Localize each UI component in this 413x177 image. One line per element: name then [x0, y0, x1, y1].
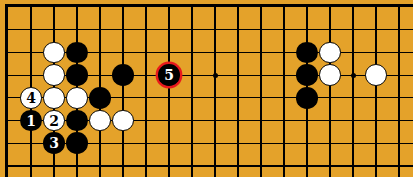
- stone-white: [43, 87, 65, 109]
- stone-white-move-4: 4: [20, 87, 42, 109]
- stone-black: [296, 64, 318, 86]
- stone-black: [112, 64, 134, 86]
- stones-grid: 54123: [0, 0, 411, 177]
- move-number-label: 5: [164, 68, 174, 82]
- stone-black-move-1: 1: [20, 110, 42, 132]
- move-number-label: 4: [26, 91, 36, 105]
- move-number-label: 1: [26, 114, 36, 128]
- stone-white: [112, 110, 134, 132]
- stone-white: [365, 64, 387, 86]
- stone-white: [43, 64, 65, 86]
- stone-black: [296, 42, 318, 64]
- star-point: [213, 73, 218, 78]
- move-number-label: 3: [49, 136, 59, 150]
- stone-white: [89, 110, 111, 132]
- star-point: [351, 73, 356, 78]
- stone-black: [66, 132, 88, 154]
- stone-white: [319, 64, 341, 86]
- go-board: 54123: [0, 0, 413, 177]
- stone-black: [66, 110, 88, 132]
- stone-white: [319, 42, 341, 64]
- stone-black-move-3: 3: [43, 132, 65, 154]
- stone-white-move-2: 2: [43, 110, 65, 132]
- stone-black-move-5: 5: [158, 64, 180, 86]
- move-number-label: 2: [49, 114, 59, 128]
- stone-black: [89, 87, 111, 109]
- stone-black: [66, 42, 88, 64]
- stone-white: [66, 87, 88, 109]
- stone-black: [66, 64, 88, 86]
- stone-black: [296, 87, 318, 109]
- stone-white: [43, 42, 65, 64]
